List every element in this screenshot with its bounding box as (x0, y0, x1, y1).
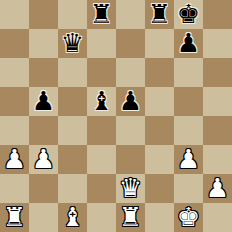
square-c1[interactable]: ♝ (58, 203, 87, 232)
square-a4[interactable] (0, 116, 29, 145)
square-f8[interactable]: ♜ (145, 0, 174, 29)
square-a1[interactable]: ♜ (0, 203, 29, 232)
white-pawn-icon[interactable]: ♟ (177, 145, 200, 174)
black-pawn-icon[interactable]: ♟ (177, 29, 200, 58)
square-h3[interactable] (203, 145, 232, 174)
square-g6[interactable] (174, 58, 203, 87)
square-g3[interactable]: ♟ (174, 145, 203, 174)
square-c4[interactable] (58, 116, 87, 145)
black-pawn-icon[interactable]: ♟ (119, 87, 142, 116)
square-b4[interactable] (29, 116, 58, 145)
black-bishop-icon[interactable]: ♝ (90, 87, 113, 116)
white-rook-icon[interactable]: ♜ (3, 203, 26, 232)
square-e7[interactable] (116, 29, 145, 58)
square-h1[interactable] (203, 203, 232, 232)
square-g1[interactable]: ♚ (174, 203, 203, 232)
square-b6[interactable] (29, 58, 58, 87)
white-pawn-icon[interactable]: ♟ (3, 145, 26, 174)
square-a8[interactable] (0, 0, 29, 29)
black-rook-icon[interactable]: ♜ (148, 0, 171, 29)
square-h6[interactable] (203, 58, 232, 87)
square-a6[interactable] (0, 58, 29, 87)
square-f4[interactable] (145, 116, 174, 145)
square-b1[interactable] (29, 203, 58, 232)
square-g8[interactable]: ♚ (174, 0, 203, 29)
square-g7[interactable]: ♟ (174, 29, 203, 58)
square-d4[interactable] (87, 116, 116, 145)
white-queen-icon[interactable]: ♛ (119, 174, 142, 203)
square-h8[interactable] (203, 0, 232, 29)
square-g5[interactable] (174, 87, 203, 116)
square-d2[interactable] (87, 174, 116, 203)
square-f5[interactable] (145, 87, 174, 116)
square-d3[interactable] (87, 145, 116, 174)
chess-board: ♜♜♚♛♟♟♝♟♟♟♟♛♟♜♝♜♚ (0, 0, 232, 232)
square-e2[interactable]: ♛ (116, 174, 145, 203)
square-d5[interactable]: ♝ (87, 87, 116, 116)
white-king-icon[interactable]: ♚ (177, 203, 200, 232)
square-a7[interactable] (0, 29, 29, 58)
square-b8[interactable] (29, 0, 58, 29)
square-e6[interactable] (116, 58, 145, 87)
square-b7[interactable] (29, 29, 58, 58)
square-e1[interactable]: ♜ (116, 203, 145, 232)
square-h2[interactable]: ♟ (203, 174, 232, 203)
black-rook-icon[interactable]: ♜ (90, 0, 113, 29)
white-rook-icon[interactable]: ♜ (119, 203, 142, 232)
square-c6[interactable] (58, 58, 87, 87)
square-e8[interactable] (116, 0, 145, 29)
white-bishop-icon[interactable]: ♝ (61, 203, 84, 232)
chess-diagram: ♜♜♚♛♟♟♝♟♟♟♟♛♟♜♝♜♚ (0, 0, 232, 232)
square-c3[interactable] (58, 145, 87, 174)
square-c7[interactable]: ♛ (58, 29, 87, 58)
square-a5[interactable] (0, 87, 29, 116)
square-a2[interactable] (0, 174, 29, 203)
square-e5[interactable]: ♟ (116, 87, 145, 116)
black-king-icon[interactable]: ♚ (177, 0, 200, 29)
square-d6[interactable] (87, 58, 116, 87)
square-a3[interactable]: ♟ (0, 145, 29, 174)
square-d7[interactable] (87, 29, 116, 58)
square-f3[interactable] (145, 145, 174, 174)
square-e4[interactable] (116, 116, 145, 145)
square-f2[interactable] (145, 174, 174, 203)
square-f6[interactable] (145, 58, 174, 87)
square-d1[interactable] (87, 203, 116, 232)
white-pawn-icon[interactable]: ♟ (32, 145, 55, 174)
square-c5[interactable] (58, 87, 87, 116)
square-g4[interactable] (174, 116, 203, 145)
black-pawn-icon[interactable]: ♟ (32, 87, 55, 116)
white-pawn-icon[interactable]: ♟ (206, 174, 229, 203)
square-h7[interactable] (203, 29, 232, 58)
square-f7[interactable] (145, 29, 174, 58)
square-e3[interactable] (116, 145, 145, 174)
square-b3[interactable]: ♟ (29, 145, 58, 174)
square-b2[interactable] (29, 174, 58, 203)
square-c2[interactable] (58, 174, 87, 203)
square-h5[interactable] (203, 87, 232, 116)
square-d8[interactable]: ♜ (87, 0, 116, 29)
square-h4[interactable] (203, 116, 232, 145)
square-b5[interactable]: ♟ (29, 87, 58, 116)
black-queen-icon[interactable]: ♛ (61, 29, 84, 58)
square-g2[interactable] (174, 174, 203, 203)
square-f1[interactable] (145, 203, 174, 232)
square-c8[interactable] (58, 0, 87, 29)
